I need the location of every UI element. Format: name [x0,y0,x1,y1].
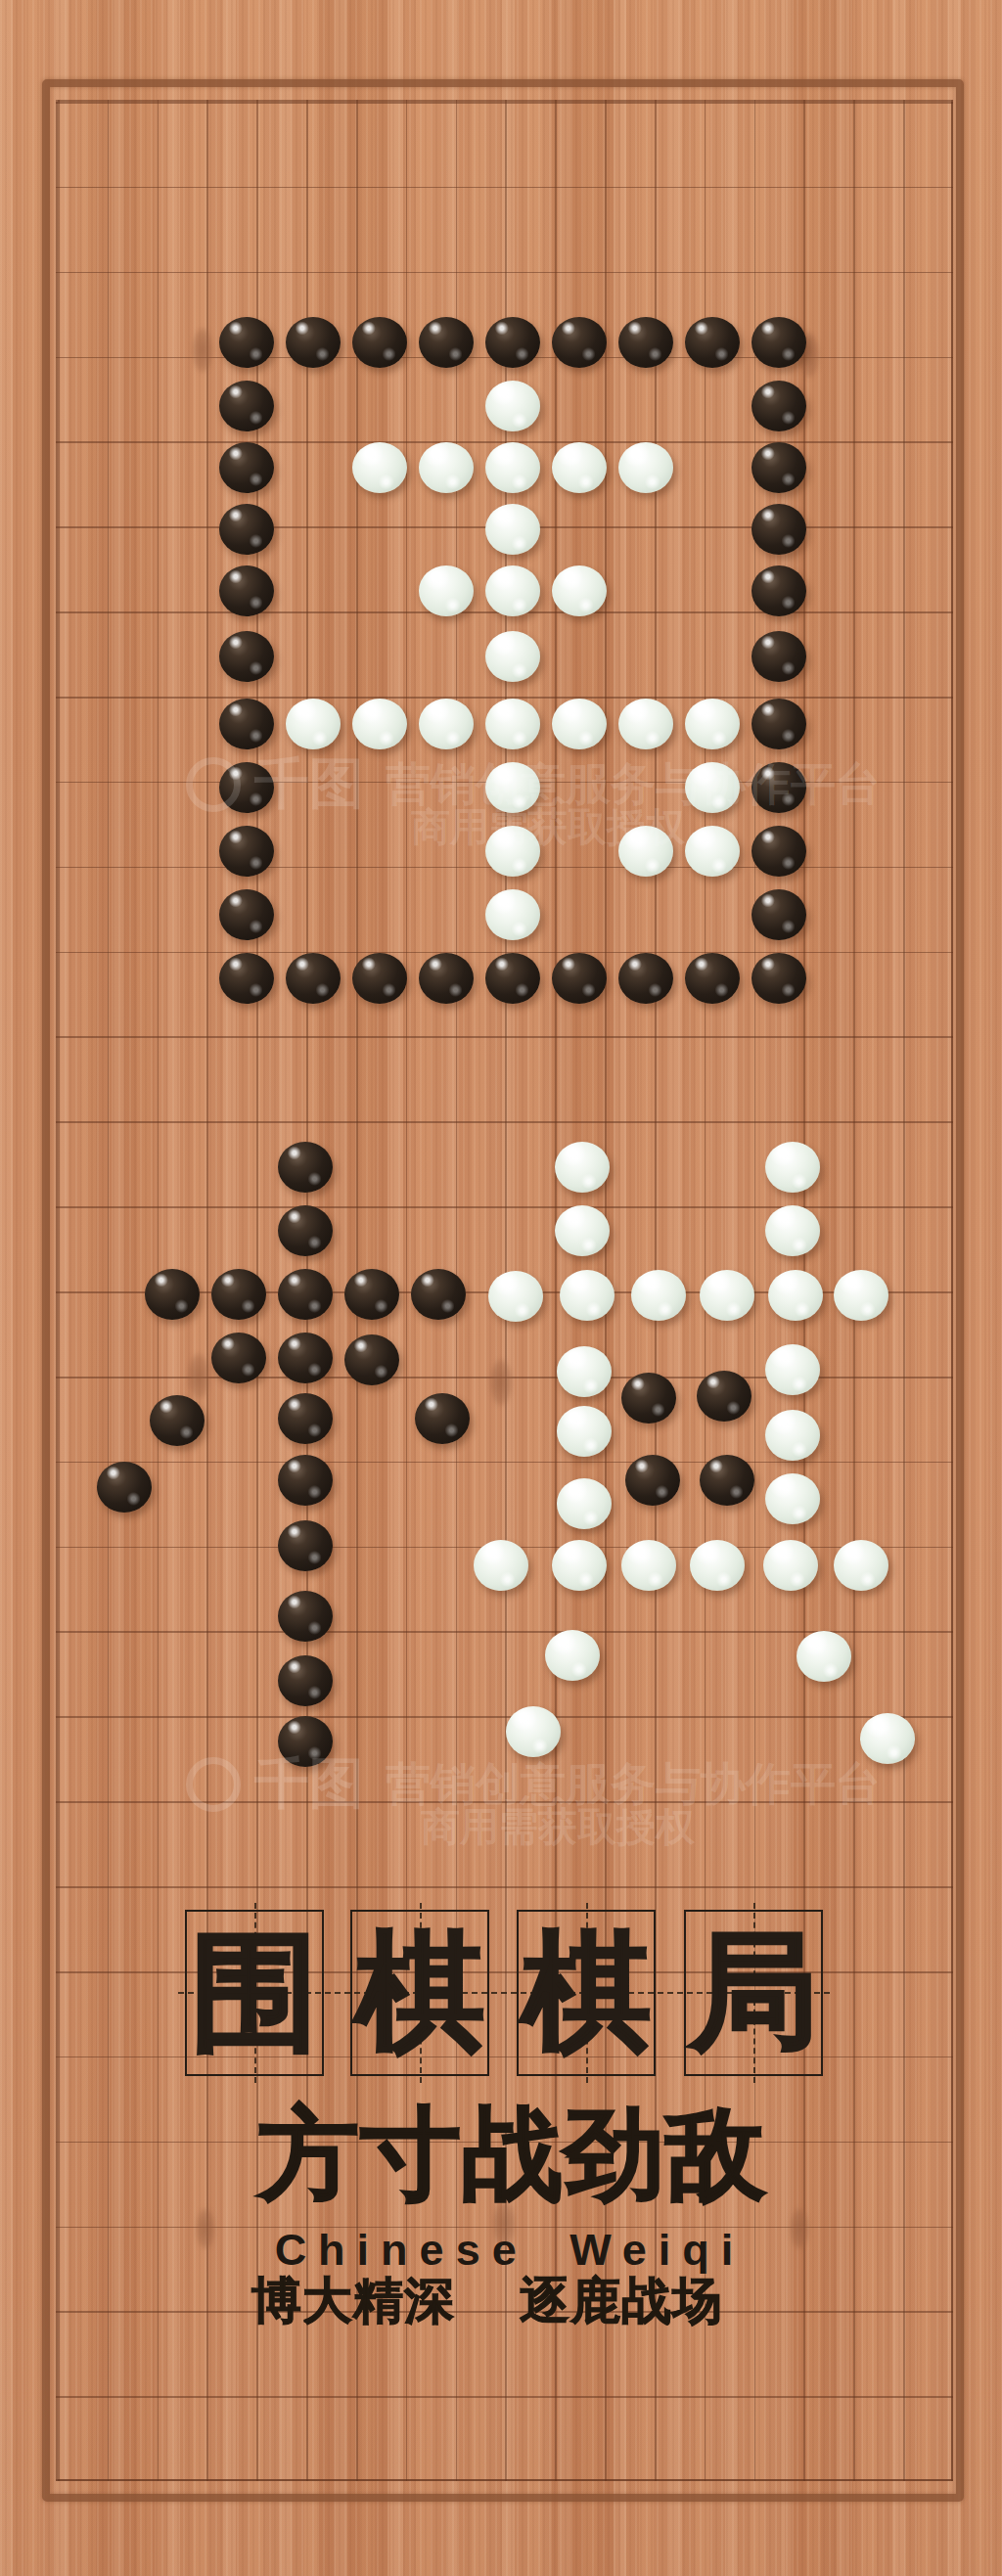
black-stone [145,1269,200,1320]
title-character-2: 棋 [352,1912,487,2074]
white-stone [286,699,341,749]
white-stone [352,442,407,493]
black-stone [419,317,474,368]
black-stone [751,317,806,368]
weiqi-poster: 千图营销创意服务与协作平台 商用需获取授权 千图营销创意服务与协作平台 商用需获… [0,0,1002,2576]
white-stone [768,1270,823,1321]
black-stone [352,953,407,1004]
white-stone [621,1540,676,1591]
white-stone [618,699,673,749]
white-stone [797,1631,851,1682]
white-stone [419,442,474,493]
title-box-2: 棋 [350,1910,489,2076]
white-stone [618,442,673,493]
black-stone [700,1455,754,1506]
black-stone [352,317,407,368]
black-stone [278,1205,333,1256]
watermark-license-1: 商用需获取授权 [411,800,685,854]
black-stone [751,889,806,940]
white-stone [485,565,540,616]
white-stone [485,442,540,493]
white-stone [690,1540,745,1591]
black-stone [278,1655,333,1706]
black-stone [219,442,274,493]
watermark-brand: 千图 [254,1752,364,1814]
black-stone [219,889,274,940]
black-stone [485,953,540,1004]
white-stone [552,565,607,616]
black-stone [278,1269,333,1320]
black-stone [751,565,806,616]
black-stone [621,1373,676,1424]
tagline-left: 博大精深 [251,2273,455,2328]
black-stone [278,1393,333,1444]
black-stone [485,317,540,368]
black-stone [219,631,274,682]
white-stone [552,699,607,749]
white-stone [485,381,540,431]
white-stone [552,442,607,493]
black-stone [211,1333,266,1383]
white-stone [685,699,740,749]
black-stone [618,953,673,1004]
white-stone [685,826,740,877]
black-stone [751,381,806,431]
black-stone [219,317,274,368]
title-character-1: 围 [187,1912,322,2074]
white-stone [560,1270,615,1321]
white-stone [485,504,540,555]
white-stone [352,699,407,749]
black-stone [219,504,274,555]
black-stone [685,317,740,368]
watermark-brand: 千图 [254,752,364,814]
watermark-license-2: 商用需获取授权 [421,1800,695,1854]
title-box-3: 棋 [517,1910,656,2076]
white-stone [557,1346,612,1397]
white-stone [552,1540,607,1591]
black-stone [344,1334,399,1385]
white-stone [700,1270,754,1321]
title-box-1: 围 [185,1910,324,2076]
tagline-text: 博大精深逐鹿战场 [251,2268,723,2335]
black-stone [219,953,274,1004]
black-stone [97,1462,152,1513]
watermark-logo-icon [186,1757,241,1812]
black-stone [625,1455,680,1506]
white-stone [765,1205,820,1256]
white-stone [765,1410,820,1461]
black-stone [286,317,341,368]
black-stone [286,953,341,1004]
black-stone [751,442,806,493]
black-stone [219,699,274,749]
white-stone [763,1540,818,1591]
title-box-4: 局 [684,1910,823,2076]
white-stone [834,1270,888,1321]
black-stone [685,953,740,1004]
white-stone [555,1142,610,1193]
title-character-4: 局 [686,1912,821,2074]
white-stone [557,1406,612,1457]
white-stone [834,1540,888,1591]
black-stone [219,565,274,616]
black-stone [278,1455,333,1506]
black-stone [697,1371,751,1422]
black-stone [552,953,607,1004]
white-stone [765,1142,820,1193]
black-stone [751,953,806,1004]
white-stone [419,565,474,616]
white-stone [557,1478,612,1529]
black-stone [411,1269,466,1320]
black-stone [150,1395,205,1446]
white-stone [485,889,540,940]
black-stone [278,1520,333,1571]
black-stone [219,381,274,431]
white-stone [765,1473,820,1524]
black-stone [419,953,474,1004]
black-stone [278,1333,333,1383]
black-stone [552,317,607,368]
black-stone [751,504,806,555]
black-stone [219,826,274,877]
black-stone [278,1142,333,1193]
white-stone [631,1270,686,1321]
tagline-right: 逐鹿战场 [520,2273,723,2328]
white-stone [765,1344,820,1395]
title-character-3: 棋 [519,1912,654,2074]
black-stone [751,631,806,682]
black-stone [211,1269,266,1320]
white-stone [545,1630,600,1681]
black-stone [751,699,806,749]
white-stone [485,699,540,749]
black-stone [415,1393,470,1444]
black-stone [751,826,806,877]
white-stone [555,1205,610,1256]
subtitle-text: 方寸战劲敌 [258,2088,767,2224]
black-stone [344,1269,399,1320]
watermark-logo-icon [186,757,241,812]
white-stone [474,1540,528,1591]
white-stone [488,1271,543,1322]
white-stone [419,699,474,749]
black-stone [278,1591,333,1642]
black-stone [618,317,673,368]
white-stone [485,631,540,682]
